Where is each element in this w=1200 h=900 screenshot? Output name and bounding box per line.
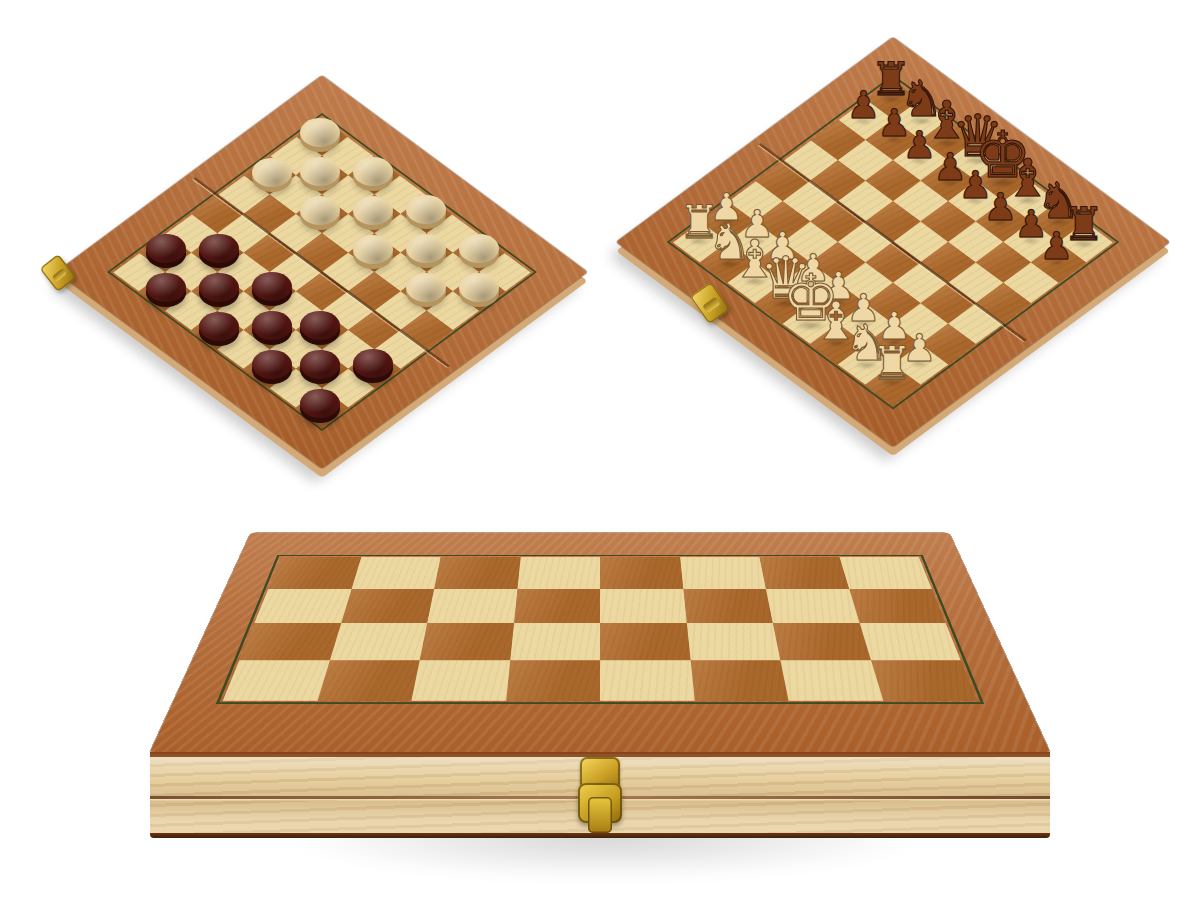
brass-latch-icon: [576, 757, 624, 835]
box-square: [683, 589, 773, 623]
box-square: [341, 589, 434, 623]
chess-piece-shadow: [744, 237, 771, 245]
chess-piece-shadow: [1010, 195, 1046, 205]
chess-piece-shadow: [712, 259, 747, 269]
box-square: [759, 557, 848, 589]
chess-piece-shadow: [980, 176, 1025, 189]
box-square: [514, 589, 600, 623]
box-square: [411, 660, 509, 701]
box-square: [427, 589, 517, 623]
checker-dark-piece: [199, 234, 239, 263]
box-square: [600, 660, 694, 701]
box-square: [600, 557, 683, 589]
chess-piece-shadow: [904, 116, 939, 126]
box-square: [517, 557, 600, 589]
box-square: [839, 557, 932, 589]
box-square: [351, 557, 440, 589]
box-square: [690, 660, 788, 701]
checker-light-piece: [353, 235, 393, 264]
closed-box-pinstripe-frame: [216, 555, 984, 704]
chess-piece-shadow: [1068, 239, 1100, 248]
box-square: [773, 623, 871, 660]
chess-piece-shadow: [987, 219, 1014, 227]
box-square: [600, 623, 690, 660]
checker-light-piece: [252, 158, 292, 187]
box-square: [680, 557, 766, 589]
chess-piece-shadow: [962, 197, 989, 205]
box-square: [239, 623, 340, 660]
checker-light-piece: [459, 234, 499, 263]
box-square: [268, 557, 361, 589]
product-photo-stage: ♜♞♝♛♚♝♞♜♟♟♟♟♟♟♟♟♟♟♟♟♟♟♟♟♜♞♝♛♚♝♞♜: [0, 0, 1200, 900]
chess-piece-shadow: [713, 219, 740, 227]
box-square: [506, 660, 600, 701]
box-square: [254, 589, 351, 623]
box-square: [766, 589, 859, 623]
box-square: [849, 589, 946, 623]
closed-box-grid: [223, 557, 977, 700]
closed-box-top-surface: [150, 533, 1050, 752]
chess-piece-shadow: [929, 138, 965, 148]
box-square: [317, 660, 420, 701]
closed-box-top-wrap: [150, 282, 1050, 752]
box-square: [600, 589, 686, 623]
box-square: [859, 623, 960, 660]
box-square: [510, 623, 600, 660]
chess-piece-shadow: [1018, 237, 1045, 245]
box-square: [780, 660, 883, 701]
chess-piece-shadow: [937, 179, 964, 187]
box-square: [330, 623, 428, 660]
box-square: [870, 660, 977, 701]
chess-piece-shadow: [906, 157, 933, 165]
box-square: [686, 623, 780, 660]
box-square: [434, 557, 520, 589]
chess-piece-shadow: [875, 94, 907, 103]
checker-light-piece: [353, 157, 393, 186]
brass-latch-tongue: [588, 797, 612, 833]
checker-light-piece: [353, 196, 393, 225]
box-square: [420, 623, 514, 660]
closed-box-front: [150, 752, 1050, 838]
box-square: [223, 660, 330, 701]
